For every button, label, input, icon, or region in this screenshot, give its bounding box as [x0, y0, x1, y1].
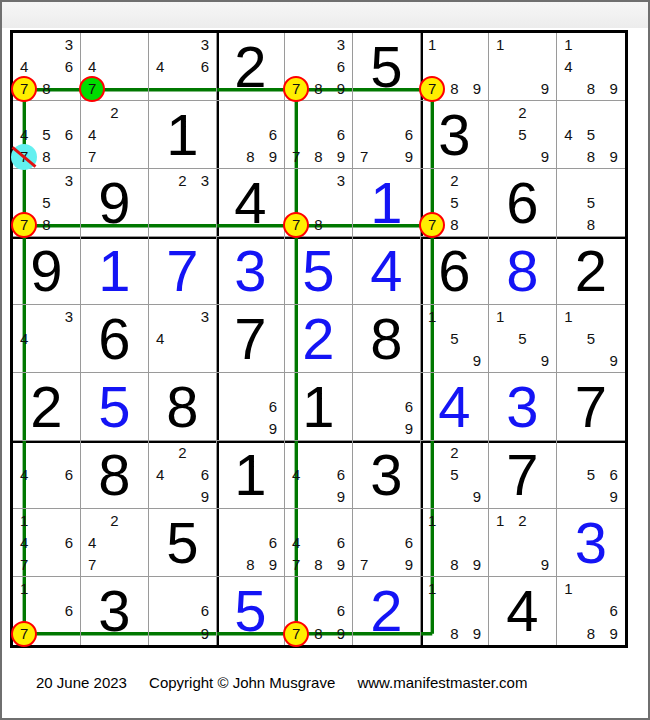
- cell-r8c9[interactable]: 3: [557, 509, 625, 577]
- candidate-8: 8: [450, 80, 458, 97]
- pencil-marks: 569: [557, 441, 625, 508]
- candidate-3: 3: [337, 36, 345, 53]
- candidate-5: 5: [587, 466, 595, 483]
- candidate-6: 6: [65, 58, 73, 75]
- candidate-2: 2: [518, 512, 526, 529]
- candidate-8: 8: [246, 148, 254, 165]
- candidate-6: 6: [337, 58, 345, 75]
- candidate-1: 1: [564, 36, 572, 53]
- candidate-9: 9: [337, 80, 345, 97]
- cell-r3c6[interactable]: 1: [353, 169, 421, 237]
- candidate-2: 2: [178, 172, 186, 189]
- candidate-1: 1: [496, 36, 504, 53]
- candidate-8: 8: [450, 216, 458, 233]
- pencil-marks: 159: [557, 305, 625, 372]
- cell-r9c9[interactable]: 1689: [557, 577, 625, 645]
- cell-r6c9[interactable]: 7: [557, 373, 625, 441]
- footer-date: 20 June 2023: [36, 674, 127, 691]
- cell-r5c5[interactable]: 2: [285, 305, 353, 373]
- candidate-5: 5: [518, 126, 526, 143]
- cell-r1c3[interactable]: 346: [149, 33, 217, 101]
- pencil-marks: 1467: [13, 509, 80, 576]
- cell-r9c4[interactable]: 5: [217, 577, 285, 645]
- candidate-9: 9: [541, 148, 549, 165]
- cell-value: 1: [353, 169, 420, 236]
- candidate-8: 8: [587, 216, 595, 233]
- cell-r3c4[interactable]: 4: [217, 169, 285, 237]
- cell-value: 6: [489, 169, 556, 236]
- candidate-2: 2: [110, 512, 118, 529]
- candidate-3: 3: [65, 36, 73, 53]
- cell-r7c8[interactable]: 7: [489, 441, 557, 509]
- candidate-2: 2: [518, 104, 526, 121]
- cell-value: 8: [353, 305, 420, 372]
- footer-copyright: Copyright © John Musgrave: [149, 674, 335, 691]
- cell-r4c9[interactable]: 2: [557, 237, 625, 305]
- cell-value: 1: [285, 373, 352, 440]
- candidate-3: 3: [65, 308, 73, 325]
- candidate-1: 1: [20, 512, 28, 529]
- cell-r4c6[interactable]: 4: [353, 237, 421, 305]
- candidate-8: 8: [450, 556, 458, 573]
- pencil-marks: 2578: [421, 169, 488, 236]
- candidate-8: 8: [450, 625, 458, 642]
- candidate-7: 7: [292, 216, 300, 233]
- pencil-marks: 247: [81, 509, 148, 576]
- candidate-7: 7: [360, 148, 368, 165]
- cell-r5c3[interactable]: 34: [149, 305, 217, 373]
- cell-value: 3: [217, 237, 284, 304]
- cell-value: 2: [13, 373, 80, 440]
- cell-r5c9[interactable]: 159: [557, 305, 625, 373]
- pencil-marks: 3578: [13, 169, 80, 236]
- candidate-1: 1: [428, 308, 436, 325]
- candidate-8: 8: [42, 80, 50, 97]
- cell-r6c3[interactable]: 8: [149, 373, 217, 441]
- pencil-marks: 679: [353, 509, 420, 576]
- pencil-marks: 23: [149, 169, 216, 236]
- cell-value: 8: [489, 237, 556, 304]
- cell-r1c4[interactable]: 2: [217, 33, 285, 101]
- cell-r8c2[interactable]: 247: [81, 509, 149, 577]
- candidate-3: 3: [201, 308, 209, 325]
- candidate-7: 7: [292, 80, 300, 97]
- cell-r8c5[interactable]: 46789: [285, 509, 353, 577]
- candidate-9: 9: [541, 556, 549, 573]
- candidate-9: 9: [609, 488, 617, 505]
- candidate-4: 4: [156, 330, 164, 347]
- cell-value: 1: [81, 237, 148, 304]
- cell-r6c2[interactable]: 5: [81, 373, 149, 441]
- cell-r5c7[interactable]: 159: [421, 305, 489, 373]
- candidate-7: 7: [88, 148, 96, 165]
- cell-value: 8: [81, 441, 148, 508]
- candidate-7: 7: [292, 148, 300, 165]
- cell-r2c2[interactable]: 247: [81, 101, 149, 169]
- candidate-8: 8: [42, 148, 50, 165]
- candidate-5: 5: [450, 466, 458, 483]
- candidate-7: 7: [20, 625, 28, 642]
- candidate-6: 6: [405, 398, 413, 415]
- pencil-marks: 167: [13, 577, 80, 645]
- cell-r2c8[interactable]: 259: [489, 101, 557, 169]
- cell-r7c2[interactable]: 8: [81, 441, 149, 509]
- candidate-9: 9: [473, 80, 481, 97]
- candidate-4: 4: [88, 58, 96, 75]
- cell-r1c7[interactable]: 1789: [421, 33, 489, 101]
- pencil-marks: 69: [149, 577, 216, 645]
- candidate-7: 7: [292, 625, 300, 642]
- cell-r2c4[interactable]: 689: [217, 101, 285, 169]
- pencil-marks: 159: [421, 305, 488, 372]
- cell-r3c9[interactable]: 58: [557, 169, 625, 237]
- pencil-marks: 46: [13, 441, 80, 508]
- cell-r1c2[interactable]: 47: [81, 33, 149, 101]
- candidate-4: 4: [156, 58, 164, 75]
- candidate-2: 2: [178, 444, 186, 461]
- candidate-2: 2: [450, 444, 458, 461]
- sudoku-board: 3467847346236789517891914894567824716896…: [10, 30, 628, 648]
- candidate-3: 3: [201, 36, 209, 53]
- candidate-9: 9: [337, 488, 345, 505]
- cell-value: 2: [285, 305, 352, 372]
- candidate-6: 6: [609, 466, 617, 483]
- candidate-4: 4: [20, 330, 28, 347]
- pencil-marks: 58: [557, 169, 625, 236]
- cell-r1c9[interactable]: 1489: [557, 33, 625, 101]
- cell-value: 2: [557, 237, 625, 304]
- candidate-9: 9: [609, 352, 617, 369]
- cell-r3c8[interactable]: 6: [489, 169, 557, 237]
- candidate-7: 7: [88, 556, 96, 573]
- cell-r7c9[interactable]: 569: [557, 441, 625, 509]
- cell-value: 7: [149, 237, 216, 304]
- cell-value: 5: [217, 577, 284, 645]
- candidate-5: 5: [518, 330, 526, 347]
- cell-r5c4[interactable]: 7: [217, 305, 285, 373]
- candidate-7: 7: [20, 216, 28, 233]
- cell-r4c8[interactable]: 8: [489, 237, 557, 305]
- cell-value: 7: [557, 373, 625, 440]
- candidate-8: 8: [314, 625, 322, 642]
- cell-r3c1[interactable]: 3578: [13, 169, 81, 237]
- candidate-4: 4: [20, 126, 28, 143]
- candidate-6: 6: [405, 534, 413, 551]
- candidate-2: 2: [110, 104, 118, 121]
- cell-value: 5: [81, 373, 148, 440]
- cell-r4c4[interactable]: 3: [217, 237, 285, 305]
- candidate-2: 2: [450, 172, 458, 189]
- pencil-marks: 189: [421, 577, 488, 645]
- candidate-9: 9: [337, 556, 345, 573]
- candidate-6: 6: [65, 534, 73, 551]
- candidate-6: 6: [337, 466, 345, 483]
- cell-r8c3[interactable]: 5: [149, 509, 217, 577]
- cell-value: 7: [489, 441, 556, 508]
- candidate-9: 9: [405, 148, 413, 165]
- cell-r8c1[interactable]: 1467: [13, 509, 81, 577]
- candidate-6: 6: [269, 534, 277, 551]
- candidate-7: 7: [88, 80, 96, 97]
- candidate-1: 1: [428, 36, 436, 53]
- candidate-9: 9: [337, 148, 345, 165]
- pencil-marks: 247: [81, 101, 148, 168]
- pencil-marks: 689: [217, 509, 284, 576]
- pencil-marks: 69: [353, 373, 420, 440]
- cell-r5c6[interactable]: 8: [353, 305, 421, 373]
- cell-r4c7[interactable]: 6: [421, 237, 489, 305]
- cell-r8c8[interactable]: 129: [489, 509, 557, 577]
- cell-r5c2[interactable]: 6: [81, 305, 149, 373]
- candidate-4: 4: [20, 534, 28, 551]
- candidate-5: 5: [42, 194, 50, 211]
- page: { "game": "sudoku", "position": { "value…: [0, 0, 650, 720]
- cell-r9c5[interactable]: 6789: [285, 577, 353, 645]
- candidate-9: 9: [609, 148, 617, 165]
- cell-r2c9[interactable]: 4589: [557, 101, 625, 169]
- candidate-6: 6: [201, 466, 209, 483]
- candidate-8: 8: [587, 625, 595, 642]
- cell-r2c1[interactable]: 45678: [13, 101, 81, 169]
- candidate-6: 6: [269, 126, 277, 143]
- cell-r9c7[interactable]: 189: [421, 577, 489, 645]
- cell-r8c4[interactable]: 689: [217, 509, 285, 577]
- candidate-7: 7: [20, 556, 28, 573]
- cell-r4c2[interactable]: 1: [81, 237, 149, 305]
- candidate-9: 9: [609, 80, 617, 97]
- candidate-7: 7: [360, 556, 368, 573]
- candidate-7: 7: [428, 80, 436, 97]
- cell-value: 4: [489, 577, 556, 645]
- cell-r3c3[interactable]: 23: [149, 169, 217, 237]
- candidate-6: 6: [65, 602, 73, 619]
- candidate-3: 3: [337, 172, 345, 189]
- candidate-6: 6: [65, 126, 73, 143]
- candidate-7: 7: [428, 216, 436, 233]
- candidate-6: 6: [201, 58, 209, 75]
- cell-r7c3[interactable]: 2469: [149, 441, 217, 509]
- candidate-1: 1: [20, 580, 28, 597]
- cell-r1c6[interactable]: 5: [353, 33, 421, 101]
- cell-r7c5[interactable]: 469: [285, 441, 353, 509]
- cell-r2c7[interactable]: 3: [421, 101, 489, 169]
- cell-r3c2[interactable]: 9: [81, 169, 149, 237]
- cell-r7c1[interactable]: 46: [13, 441, 81, 509]
- pencil-marks: 6789: [285, 101, 352, 168]
- title-bar: [2, 2, 648, 28]
- candidate-4: 4: [564, 126, 572, 143]
- candidate-4: 4: [292, 534, 300, 551]
- cell-r2c5[interactable]: 6789: [285, 101, 353, 169]
- pencil-marks: 47: [81, 33, 148, 100]
- cell-value: 5: [149, 509, 216, 576]
- candidate-8: 8: [587, 148, 595, 165]
- cell-r9c8[interactable]: 4: [489, 577, 557, 645]
- candidate-3: 3: [65, 172, 73, 189]
- pencil-marks: 36789: [285, 33, 352, 100]
- pencil-marks: 46789: [285, 509, 352, 576]
- cell-r3c7[interactable]: 2578: [421, 169, 489, 237]
- candidate-9: 9: [269, 420, 277, 437]
- pencil-marks: 679: [353, 101, 420, 168]
- cell-r7c7[interactable]: 259: [421, 441, 489, 509]
- pencil-marks: 346: [149, 33, 216, 100]
- candidate-4: 4: [20, 58, 28, 75]
- candidate-5: 5: [450, 330, 458, 347]
- cell-value: 1: [217, 441, 284, 508]
- cell-r9c1[interactable]: 167: [13, 577, 81, 645]
- cell-value: 4: [421, 373, 488, 440]
- cell-r7c4[interactable]: 1: [217, 441, 285, 509]
- cell-r6c6[interactable]: 69: [353, 373, 421, 441]
- candidate-7: 7: [292, 556, 300, 573]
- candidate-9: 9: [269, 148, 277, 165]
- pencil-marks: 259: [489, 101, 556, 168]
- cell-value: 3: [489, 373, 556, 440]
- pencil-marks: 159: [489, 305, 556, 372]
- cell-r5c8[interactable]: 159: [489, 305, 557, 373]
- cell-r5c1[interactable]: 34: [13, 305, 81, 373]
- candidate-9: 9: [609, 625, 617, 642]
- cell-r8c7[interactable]: 189: [421, 509, 489, 577]
- pencil-marks: 69: [217, 373, 284, 440]
- candidate-6: 6: [337, 126, 345, 143]
- candidate-4: 4: [20, 466, 28, 483]
- cell-value: 6: [81, 305, 148, 372]
- cell-r6c5[interactable]: 1: [285, 373, 353, 441]
- candidate-7: 7: [20, 80, 28, 97]
- cell-value: 1: [149, 101, 216, 168]
- cell-value: 5: [353, 33, 420, 100]
- cell-r8c6[interactable]: 679: [353, 509, 421, 577]
- candidate-1: 1: [496, 308, 504, 325]
- candidate-9: 9: [337, 625, 345, 642]
- candidate-5: 5: [587, 194, 595, 211]
- cell-r7c6[interactable]: 3: [353, 441, 421, 509]
- cell-r6c8[interactable]: 3: [489, 373, 557, 441]
- pencil-marks: 378: [285, 169, 352, 236]
- pencil-marks: 34: [13, 305, 80, 372]
- pencil-marks: 45678: [13, 101, 80, 168]
- candidate-9: 9: [541, 352, 549, 369]
- pencil-marks: 34678: [13, 33, 80, 100]
- cell-r3c5[interactable]: 378: [285, 169, 353, 237]
- cell-r9c2[interactable]: 3: [81, 577, 149, 645]
- candidate-1: 1: [428, 512, 436, 529]
- candidate-8: 8: [314, 148, 322, 165]
- cell-r9c3[interactable]: 69: [149, 577, 217, 645]
- candidate-8: 8: [314, 216, 322, 233]
- pencil-marks: 129: [489, 509, 556, 576]
- cell-value: 3: [81, 577, 148, 645]
- cell-value: 7: [217, 305, 284, 372]
- candidate-1: 1: [564, 580, 572, 597]
- candidate-4: 4: [156, 466, 164, 483]
- candidate-6: 6: [337, 534, 345, 551]
- candidate-8: 8: [246, 556, 254, 573]
- cell-value: 2: [353, 577, 420, 645]
- candidate-5: 5: [450, 194, 458, 211]
- candidate-8: 8: [314, 80, 322, 97]
- cell-r2c6[interactable]: 679: [353, 101, 421, 169]
- candidate-9: 9: [405, 556, 413, 573]
- cell-r1c1[interactable]: 34678: [13, 33, 81, 101]
- cell-value: 4: [353, 237, 420, 304]
- cell-value: 4: [217, 169, 284, 236]
- pencil-marks: 469: [285, 441, 352, 508]
- candidate-8: 8: [314, 556, 322, 573]
- pencil-marks: 34: [149, 305, 216, 372]
- cell-r4c5[interactable]: 5: [285, 237, 353, 305]
- candidate-6: 6: [337, 602, 345, 619]
- cell-r6c4[interactable]: 69: [217, 373, 285, 441]
- footer-website: www.manifestmaster.com: [357, 674, 527, 691]
- candidate-9: 9: [473, 625, 481, 642]
- cell-r9c6[interactable]: 2: [353, 577, 421, 645]
- candidate-9: 9: [201, 488, 209, 505]
- cell-value: 3: [421, 101, 488, 168]
- pencil-marks: 689: [217, 101, 284, 168]
- candidate-8: 8: [587, 80, 595, 97]
- cell-r4c1[interactable]: 9: [13, 237, 81, 305]
- cell-r1c5[interactable]: 36789: [285, 33, 353, 101]
- pencil-marks: 4589: [557, 101, 625, 168]
- cell-value: 3: [353, 441, 420, 508]
- cell-r6c7[interactable]: 4: [421, 373, 489, 441]
- candidate-9: 9: [541, 80, 549, 97]
- candidate-8: 8: [42, 216, 50, 233]
- candidate-9: 9: [405, 420, 413, 437]
- cell-value: 3: [557, 509, 625, 576]
- cell-value: 5: [285, 237, 352, 304]
- candidate-6: 6: [405, 126, 413, 143]
- candidate-6: 6: [269, 398, 277, 415]
- pencil-marks: 189: [421, 509, 488, 576]
- candidate-9: 9: [473, 488, 481, 505]
- candidate-4: 4: [88, 126, 96, 143]
- footer: 20 June 2023 Copyright © John Musgrave w…: [36, 674, 527, 691]
- pencil-marks: 1789: [421, 33, 488, 100]
- candidate-9: 9: [473, 352, 481, 369]
- candidate-1: 1: [496, 512, 504, 529]
- candidate-4: 4: [88, 534, 96, 551]
- candidate-9: 9: [201, 625, 209, 642]
- cell-r2c3[interactable]: 1: [149, 101, 217, 169]
- pencil-marks: 1489: [557, 33, 625, 100]
- cell-r1c8[interactable]: 19: [489, 33, 557, 101]
- cell-value: 2: [217, 33, 284, 100]
- cell-value: 9: [81, 169, 148, 236]
- candidate-5: 5: [42, 126, 50, 143]
- candidate-1: 1: [428, 580, 436, 597]
- candidate-5: 5: [587, 126, 595, 143]
- candidate-1: 1: [564, 308, 572, 325]
- candidate-5: 5: [587, 330, 595, 347]
- candidate-4: 4: [564, 58, 572, 75]
- candidate-6: 6: [65, 466, 73, 483]
- candidate-6: 6: [201, 602, 209, 619]
- pencil-marks: 259: [421, 441, 488, 508]
- board-cells: 3467847346236789517891914894567824716896…: [13, 33, 625, 645]
- cell-r6c1[interactable]: 2: [13, 373, 81, 441]
- cell-value: 6: [421, 237, 488, 304]
- cell-value: 8: [149, 373, 216, 440]
- candidate-9: 9: [473, 556, 481, 573]
- cell-r4c3[interactable]: 7: [149, 237, 217, 305]
- candidate-3: 3: [201, 172, 209, 189]
- candidate-6: 6: [609, 602, 617, 619]
- candidate-4: 4: [292, 466, 300, 483]
